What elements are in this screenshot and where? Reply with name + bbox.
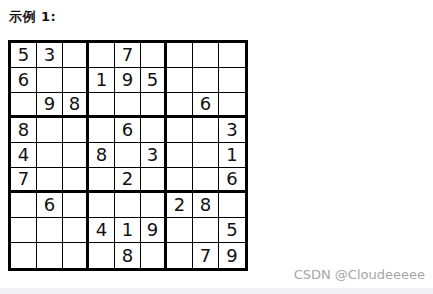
sudoku-cell (63, 118, 89, 143)
sudoku-cell (37, 68, 63, 93)
sudoku-cell: 2 (167, 193, 193, 218)
sudoku-cell: 6 (115, 118, 141, 143)
sudoku-cell (63, 193, 89, 218)
sudoku-cell (193, 143, 219, 168)
sudoku-cell (141, 243, 167, 268)
sudoku-cell (89, 243, 115, 268)
sudoku-cell (37, 243, 63, 268)
sudoku-cell: 6 (219, 168, 245, 193)
sudoku-cell (115, 143, 141, 168)
sudoku-cell: 8 (89, 143, 115, 168)
sudoku-cell (37, 143, 63, 168)
sudoku-cell (63, 143, 89, 168)
sudoku-cell: 8 (11, 118, 37, 143)
sudoku-cell: 6 (193, 93, 219, 118)
sudoku-cell: 5 (11, 43, 37, 68)
sudoku-cell (193, 218, 219, 243)
sudoku-cell (63, 68, 89, 93)
sudoku-cell (141, 168, 167, 193)
sudoku-cell (167, 68, 193, 93)
sudoku-cell (141, 43, 167, 68)
sudoku-cell (89, 193, 115, 218)
sudoku-cell: 4 (89, 218, 115, 243)
sudoku-cell (167, 93, 193, 118)
sudoku-board: 537619598686348317266284195879 (8, 40, 248, 271)
bottom-strip (0, 288, 433, 294)
sudoku-cell: 2 (115, 168, 141, 193)
sudoku-cell (219, 193, 245, 218)
sudoku-cell (11, 218, 37, 243)
sudoku-cell (37, 218, 63, 243)
sudoku-cell (11, 193, 37, 218)
sudoku-cell (37, 118, 63, 143)
sudoku-cell: 7 (193, 243, 219, 268)
sudoku-cell: 7 (11, 168, 37, 193)
sudoku-cell: 8 (63, 93, 89, 118)
sudoku-cell: 3 (141, 143, 167, 168)
sudoku-cell: 9 (141, 218, 167, 243)
sudoku-cell: 8 (193, 193, 219, 218)
sudoku-cell (11, 93, 37, 118)
sudoku-cell (89, 118, 115, 143)
sudoku-cell (167, 143, 193, 168)
sudoku-cell: 5 (141, 68, 167, 93)
sudoku-cell (167, 218, 193, 243)
sudoku-cell (219, 68, 245, 93)
sudoku-cell (193, 43, 219, 68)
sudoku-cell (193, 68, 219, 93)
sudoku-cell: 5 (219, 218, 245, 243)
sudoku-cell (219, 43, 245, 68)
sudoku-cell: 7 (115, 43, 141, 68)
sudoku-cell (193, 168, 219, 193)
sudoku-cell (37, 168, 63, 193)
sudoku-cell: 3 (37, 43, 63, 68)
sudoku-cell (167, 118, 193, 143)
sudoku-cell: 6 (11, 68, 37, 93)
sudoku-cell (115, 93, 141, 118)
sudoku-cell: 6 (37, 193, 63, 218)
sudoku-cell: 1 (219, 143, 245, 168)
sudoku-cell (115, 193, 141, 218)
sudoku-cell (167, 43, 193, 68)
sudoku-cell (141, 193, 167, 218)
sudoku-cell (63, 243, 89, 268)
sudoku-cell: 3 (219, 118, 245, 143)
sudoku-cell: 9 (37, 93, 63, 118)
sudoku-cell: 9 (219, 243, 245, 268)
sudoku-cell: 9 (115, 68, 141, 93)
sudoku-cell (63, 168, 89, 193)
sudoku-cell: 8 (115, 243, 141, 268)
sudoku-cell (89, 168, 115, 193)
sudoku-cell (167, 168, 193, 193)
watermark-text: CSDN @Cloudeeeee (294, 267, 425, 282)
sudoku-cell (167, 243, 193, 268)
sudoku-cell (193, 118, 219, 143)
sudoku-cell: 1 (89, 68, 115, 93)
sudoku-cell (219, 93, 245, 118)
example-label: 示例 1: (9, 8, 56, 26)
sudoku-cell (11, 243, 37, 268)
sudoku-cell (89, 43, 115, 68)
sudoku-cell (141, 118, 167, 143)
sudoku-cell: 4 (11, 143, 37, 168)
sudoku-cell: 1 (115, 218, 141, 243)
sudoku-cell (63, 43, 89, 68)
sudoku-cell (89, 93, 115, 118)
sudoku-cell (141, 93, 167, 118)
sudoku-cell (63, 218, 89, 243)
